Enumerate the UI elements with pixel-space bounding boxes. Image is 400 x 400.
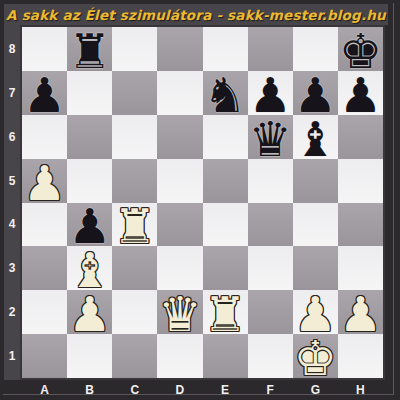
square-c1[interactable]: [112, 334, 157, 378]
file-label-c: C: [112, 380, 157, 400]
square-c4[interactable]: ♜: [112, 203, 157, 247]
square-b3[interactable]: ♝: [67, 246, 112, 290]
file-label-b: B: [67, 380, 112, 400]
square-d5[interactable]: [157, 159, 202, 203]
white-pawn[interactable]: ♟: [339, 290, 382, 334]
rank-label-7: 7: [4, 71, 20, 115]
square-b7[interactable]: [67, 71, 112, 115]
square-e7[interactable]: ♞: [203, 71, 248, 115]
file-labels: ABCDEFGH: [20, 380, 385, 400]
square-f5[interactable]: [248, 159, 293, 203]
square-a8[interactable]: [22, 27, 67, 71]
square-h5[interactable]: [338, 159, 383, 203]
black-pawn[interactable]: ♟: [249, 71, 292, 115]
square-a6[interactable]: [22, 115, 67, 159]
white-queen[interactable]: ♛: [158, 290, 201, 334]
white-pawn[interactable]: ♟: [23, 159, 66, 203]
chess-board: ♜♚♟♞♟♟♟♛♝♟♟♜♝♟♛♜♟♟♚: [22, 27, 383, 378]
square-d1[interactable]: [157, 334, 202, 378]
file-label-g: G: [293, 380, 338, 400]
square-e8[interactable]: [203, 27, 248, 71]
square-f7[interactable]: ♟: [248, 71, 293, 115]
file-label-d: D: [157, 380, 202, 400]
white-pawn[interactable]: ♟: [68, 290, 111, 334]
square-f2[interactable]: [248, 290, 293, 334]
file-label-f: F: [248, 380, 293, 400]
black-bishop[interactable]: ♝: [294, 115, 337, 159]
square-b8[interactable]: ♜: [67, 27, 112, 71]
square-h6[interactable]: [338, 115, 383, 159]
black-pawn[interactable]: ♟: [294, 71, 337, 115]
black-queen[interactable]: ♛: [249, 115, 292, 159]
square-d4[interactable]: [157, 203, 202, 247]
rank-label-5: 5: [4, 159, 20, 203]
square-g6[interactable]: ♝: [293, 115, 338, 159]
square-f4[interactable]: [248, 203, 293, 247]
square-h4[interactable]: [338, 203, 383, 247]
square-g3[interactable]: [293, 246, 338, 290]
square-e4[interactable]: [203, 203, 248, 247]
square-h8[interactable]: ♚: [338, 27, 383, 71]
square-a7[interactable]: ♟: [22, 71, 67, 115]
square-c3[interactable]: [112, 246, 157, 290]
square-c2[interactable]: [112, 290, 157, 334]
square-g8[interactable]: [293, 27, 338, 71]
rank-label-3: 3: [4, 246, 20, 290]
black-king[interactable]: ♚: [339, 27, 382, 71]
square-g7[interactable]: ♟: [293, 71, 338, 115]
square-d6[interactable]: [157, 115, 202, 159]
square-b2[interactable]: ♟: [67, 290, 112, 334]
square-c6[interactable]: [112, 115, 157, 159]
black-pawn[interactable]: ♟: [339, 71, 382, 115]
square-b6[interactable]: [67, 115, 112, 159]
rank-label-2: 2: [4, 290, 20, 334]
square-d7[interactable]: [157, 71, 202, 115]
board-frame: ♜♚♟♞♟♟♟♛♝♟♟♜♝♟♛♜♟♟♚: [20, 25, 385, 380]
white-rook[interactable]: ♜: [204, 290, 247, 334]
file-label-h: H: [338, 380, 383, 400]
square-e1[interactable]: [203, 334, 248, 378]
square-a1[interactable]: [22, 334, 67, 378]
rank-label-6: 6: [4, 115, 20, 159]
page-title: A sakk az Élet szimulátora - sakk-mester…: [6, 7, 386, 23]
rank-label-1: 1: [4, 334, 20, 378]
square-g5[interactable]: [293, 159, 338, 203]
white-pawn[interactable]: ♟: [294, 290, 337, 334]
square-e3[interactable]: [203, 246, 248, 290]
square-b4[interactable]: ♟: [67, 203, 112, 247]
white-king[interactable]: ♚: [294, 334, 337, 378]
square-h2[interactable]: ♟: [338, 290, 383, 334]
black-pawn[interactable]: ♟: [23, 71, 66, 115]
white-rook[interactable]: ♜: [113, 203, 156, 247]
square-c8[interactable]: [112, 27, 157, 71]
file-label-e: E: [203, 380, 248, 400]
square-b5[interactable]: [67, 159, 112, 203]
square-f6[interactable]: ♛: [248, 115, 293, 159]
square-a5[interactable]: ♟: [22, 159, 67, 203]
square-c5[interactable]: [112, 159, 157, 203]
rank-label-8: 8: [4, 27, 20, 71]
square-g4[interactable]: [293, 203, 338, 247]
square-a3[interactable]: [22, 246, 67, 290]
square-e5[interactable]: [203, 159, 248, 203]
black-pawn[interactable]: ♟: [68, 203, 111, 247]
white-bishop[interactable]: ♝: [68, 246, 111, 290]
black-rook[interactable]: ♜: [68, 27, 111, 71]
title-bar: A sakk az Élet szimulátora - sakk-mester…: [4, 4, 388, 25]
square-d2[interactable]: ♛: [157, 290, 202, 334]
square-d3[interactable]: [157, 246, 202, 290]
square-g1[interactable]: ♚: [293, 334, 338, 378]
rank-label-4: 4: [4, 203, 20, 247]
black-knight[interactable]: ♞: [204, 71, 247, 115]
square-e2[interactable]: ♜: [203, 290, 248, 334]
square-h7[interactable]: ♟: [338, 71, 383, 115]
square-h1[interactable]: [338, 334, 383, 378]
file-label-a: A: [22, 380, 67, 400]
square-b1[interactable]: [67, 334, 112, 378]
square-f1[interactable]: [248, 334, 293, 378]
square-d8[interactable]: [157, 27, 202, 71]
square-a2[interactable]: [22, 290, 67, 334]
square-h3[interactable]: [338, 246, 383, 290]
square-g2[interactable]: ♟: [293, 290, 338, 334]
square-c7[interactable]: [112, 71, 157, 115]
square-f8[interactable]: [248, 27, 293, 71]
square-f3[interactable]: [248, 246, 293, 290]
square-e6[interactable]: [203, 115, 248, 159]
square-a4[interactable]: [22, 203, 67, 247]
rank-labels: 87654321: [4, 25, 20, 380]
